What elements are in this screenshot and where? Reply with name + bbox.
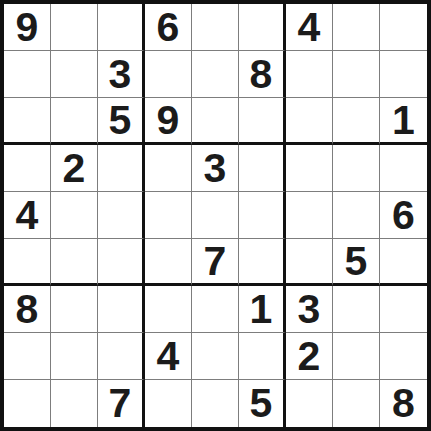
cell-r9c7[interactable] [286, 380, 333, 427]
cell-r4c3[interactable] [98, 145, 145, 192]
cell-r3c5[interactable] [192, 98, 239, 145]
cell-r9c4[interactable] [145, 380, 192, 427]
cell-r2c5[interactable] [192, 51, 239, 98]
cell-r6c3[interactable] [98, 239, 145, 286]
cell-r7c5[interactable] [192, 286, 239, 333]
cell-r9c6-given[interactable]: 5 [239, 380, 286, 427]
cell-r8c9[interactable] [380, 333, 427, 380]
cell-r1c8[interactable] [333, 4, 380, 51]
cell-r8c5[interactable] [192, 333, 239, 380]
cell-r4c2-given[interactable]: 2 [51, 145, 98, 192]
cell-r1c9[interactable] [380, 4, 427, 51]
cell-r7c6-given[interactable]: 1 [239, 286, 286, 333]
sudoku-board: 9643859123467581342758 [0, 0, 431, 431]
cell-r3c1[interactable] [4, 98, 51, 145]
cell-r7c4[interactable] [145, 286, 192, 333]
cell-r9c1[interactable] [4, 380, 51, 427]
cell-r2c6-given[interactable]: 8 [239, 51, 286, 98]
cell-r3c9-given[interactable]: 1 [380, 98, 427, 145]
cell-r9c8[interactable] [333, 380, 380, 427]
cell-r9c9-given[interactable]: 8 [380, 380, 427, 427]
cell-r4c4[interactable] [145, 145, 192, 192]
cell-r5c7[interactable] [286, 192, 333, 239]
cell-r2c8[interactable] [333, 51, 380, 98]
cell-r3c7[interactable] [286, 98, 333, 145]
cell-r6c8-given[interactable]: 5 [333, 239, 380, 286]
cell-r8c6[interactable] [239, 333, 286, 380]
cell-r2c4[interactable] [145, 51, 192, 98]
cell-r7c8[interactable] [333, 286, 380, 333]
cell-r6c7[interactable] [286, 239, 333, 286]
cell-r8c8[interactable] [333, 333, 380, 380]
cell-r4c6[interactable] [239, 145, 286, 192]
cell-r8c1[interactable] [4, 333, 51, 380]
cell-r5c5[interactable] [192, 192, 239, 239]
cell-r5c1-given[interactable]: 4 [4, 192, 51, 239]
cell-r1c1-given[interactable]: 9 [4, 4, 51, 51]
cell-r6c9[interactable] [380, 239, 427, 286]
cell-r3c6[interactable] [239, 98, 286, 145]
cell-r4c1[interactable] [4, 145, 51, 192]
cell-r9c2[interactable] [51, 380, 98, 427]
cell-r6c6[interactable] [239, 239, 286, 286]
cell-r5c8[interactable] [333, 192, 380, 239]
cell-r2c9[interactable] [380, 51, 427, 98]
cell-r7c2[interactable] [51, 286, 98, 333]
cell-r5c3[interactable] [98, 192, 145, 239]
cell-r7c7-given[interactable]: 3 [286, 286, 333, 333]
cell-r1c3[interactable] [98, 4, 145, 51]
cell-r3c3-given[interactable]: 5 [98, 98, 145, 145]
cell-r4c8[interactable] [333, 145, 380, 192]
cell-r6c5-given[interactable]: 7 [192, 239, 239, 286]
cell-r8c2[interactable] [51, 333, 98, 380]
cell-r8c7-given[interactable]: 2 [286, 333, 333, 380]
cell-r5c9-given[interactable]: 6 [380, 192, 427, 239]
cell-r1c4-given[interactable]: 6 [145, 4, 192, 51]
cell-r9c3-given[interactable]: 7 [98, 380, 145, 427]
cell-r1c7-given[interactable]: 4 [286, 4, 333, 51]
cell-r8c3[interactable] [98, 333, 145, 380]
cell-r2c1[interactable] [4, 51, 51, 98]
cell-r9c5[interactable] [192, 380, 239, 427]
cell-r7c1-given[interactable]: 8 [4, 286, 51, 333]
cell-r8c4-given[interactable]: 4 [145, 333, 192, 380]
cell-r5c2[interactable] [51, 192, 98, 239]
cell-r5c6[interactable] [239, 192, 286, 239]
cell-r3c8[interactable] [333, 98, 380, 145]
cell-r1c5[interactable] [192, 4, 239, 51]
cell-r1c2[interactable] [51, 4, 98, 51]
cell-r2c7[interactable] [286, 51, 333, 98]
cell-r6c2[interactable] [51, 239, 98, 286]
cell-r4c7[interactable] [286, 145, 333, 192]
cell-r7c9[interactable] [380, 286, 427, 333]
cell-r6c4[interactable] [145, 239, 192, 286]
cell-r2c2[interactable] [51, 51, 98, 98]
cell-r3c4-given[interactable]: 9 [145, 98, 192, 145]
cell-r4c9[interactable] [380, 145, 427, 192]
cell-r7c3[interactable] [98, 286, 145, 333]
cell-r1c6[interactable] [239, 4, 286, 51]
cell-r5c4[interactable] [145, 192, 192, 239]
cell-r3c2[interactable] [51, 98, 98, 145]
cell-r2c3-given[interactable]: 3 [98, 51, 145, 98]
cell-r6c1[interactable] [4, 239, 51, 286]
cell-r4c5-given[interactable]: 3 [192, 145, 239, 192]
